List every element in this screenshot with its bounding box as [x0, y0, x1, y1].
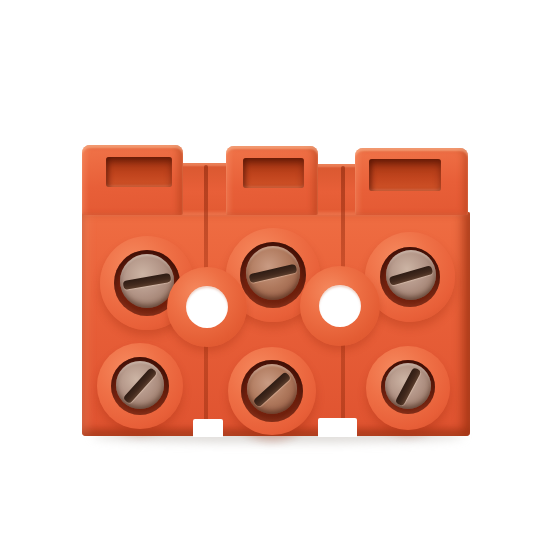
screw-slot	[123, 272, 171, 289]
mounting-hole	[186, 286, 228, 328]
screw-slot	[395, 366, 422, 406]
screw-slot	[253, 371, 292, 407]
screw-head	[247, 364, 297, 414]
screw-head	[386, 250, 436, 300]
terminal-well	[240, 242, 306, 308]
wire-entry-port	[243, 158, 304, 188]
screw-slot	[123, 366, 158, 403]
tower-gap-saddle	[316, 164, 357, 215]
screw-slot	[389, 265, 434, 286]
screw-terminal	[228, 347, 316, 435]
mounting-boss	[167, 267, 247, 347]
mounting-boss	[300, 266, 380, 346]
product-photo-canvas	[0, 0, 550, 550]
terminal-well	[241, 360, 303, 422]
base-notch	[193, 419, 223, 437]
mounting-hole	[319, 285, 361, 327]
wire-entry-tower	[82, 145, 183, 215]
terminal-well	[380, 247, 440, 307]
wire-entry-tower	[226, 146, 318, 215]
screw-terminal	[366, 346, 450, 430]
screw-head	[120, 254, 174, 308]
wire-entry-tower	[355, 148, 468, 215]
screw-terminal	[97, 343, 183, 429]
terminal-well	[381, 360, 435, 414]
wire-entry-port	[369, 159, 441, 191]
screw-slot	[249, 263, 297, 282]
screw-head	[385, 363, 431, 409]
terminal-well	[111, 357, 169, 415]
wire-entry-port	[106, 157, 172, 187]
base-notch	[318, 418, 357, 437]
screw-head	[246, 246, 300, 300]
screw-head	[116, 361, 164, 409]
